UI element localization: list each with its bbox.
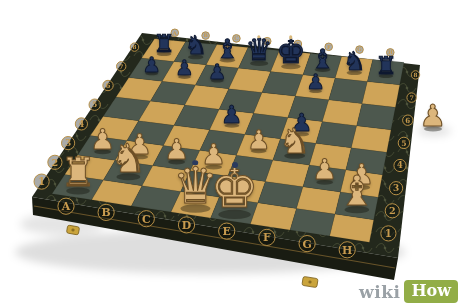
coord-label-top-E: E [294, 40, 302, 48]
coord-label-left-7: 7 [117, 62, 126, 71]
svg-text:5: 5 [401, 139, 406, 148]
svg-text:D: D [265, 38, 270, 44]
svg-text:1: 1 [385, 227, 392, 239]
coord-label-left-5: 5 [89, 99, 100, 110]
svg-text:6: 6 [106, 81, 111, 90]
square-f6 [288, 96, 329, 121]
svg-text:D: D [182, 219, 191, 232]
svg-text:8: 8 [133, 44, 137, 50]
svg-text:G: G [357, 46, 361, 52]
coord-label-top-H: H [387, 49, 395, 57]
svg-text:3: 3 [393, 183, 399, 193]
svg-text:6: 6 [405, 116, 410, 125]
svg-text:E: E [223, 225, 231, 238]
square-g8 [335, 56, 373, 81]
coord-label-right-4: 4 [394, 159, 406, 171]
svg-text:7: 7 [409, 94, 413, 101]
coord-label-left-4: 4 [75, 118, 87, 130]
square-h5 [351, 126, 391, 153]
svg-text:H: H [388, 49, 393, 55]
coord-label-bottom-E: E [219, 223, 235, 239]
svg-text:C: C [142, 213, 151, 226]
coord-label-left-2: 2 [48, 155, 62, 169]
coord-label-top-C: C [233, 35, 241, 43]
svg-text:5: 5 [92, 100, 97, 109]
coord-label-right-5: 5 [398, 137, 409, 148]
svg-text:F: F [327, 44, 331, 50]
svg-text:8: 8 [414, 72, 418, 78]
coord-label-right-7: 7 [407, 93, 416, 102]
svg-text:A: A [61, 200, 71, 213]
brass-clasp [302, 276, 318, 287]
svg-text:H: H [342, 244, 352, 257]
svg-text:C: C [234, 35, 238, 41]
chess-photo-scene: AABBCCDDEEFFGGHH1122334455667788 ♜♞♝♛♚♝♞… [0, 0, 460, 306]
coord-label-bottom-D: D [178, 217, 194, 233]
coord-label-left-1: 1 [34, 174, 49, 189]
coord-label-top-G: G [356, 46, 364, 54]
coord-label-left-3: 3 [62, 137, 75, 150]
coord-label-bottom-G: G [299, 236, 315, 252]
coord-label-top-D: D [263, 37, 271, 45]
square-g6 [322, 100, 362, 126]
svg-text:4: 4 [79, 119, 85, 129]
coord-label-right-6: 6 [403, 115, 413, 125]
square-f4 [273, 139, 316, 165]
coord-label-right-8: 8 [411, 71, 419, 79]
coord-label-bottom-H: H [339, 242, 355, 258]
svg-text:2: 2 [52, 157, 59, 168]
coord-label-top-F: F [325, 43, 333, 51]
watermark-how-badge: How [404, 280, 458, 303]
coord-label-top-A: A [171, 29, 179, 37]
square-g4 [309, 143, 351, 170]
coord-label-bottom-F: F [259, 229, 275, 245]
coord-label-left-6: 6 [103, 80, 113, 90]
svg-text:3: 3 [65, 138, 71, 148]
square-h4 [346, 148, 387, 175]
svg-text:B: B [203, 32, 208, 38]
svg-text:7: 7 [119, 63, 123, 70]
square-g5 [316, 122, 357, 148]
square-h7 [362, 82, 400, 108]
coord-label-right-3: 3 [390, 182, 403, 195]
coord-label-top-B: B [202, 32, 210, 40]
square-h6 [357, 104, 396, 130]
square-h8 [367, 59, 404, 84]
coord-label-right-2: 2 [385, 204, 399, 218]
square-f5 [280, 117, 322, 143]
svg-text:G: G [302, 238, 311, 251]
svg-text:B: B [101, 206, 110, 219]
wikihow-watermark: wiki How [359, 280, 458, 303]
square-g7 [329, 78, 368, 104]
chess-board: AABBCCDDEEFFGGHH1122334455667788 [0, 0, 460, 306]
coord-label-bottom-A: A [58, 198, 74, 214]
coord-label-right-1: 1 [381, 226, 396, 241]
brass-clasp [66, 225, 79, 235]
svg-text:F: F [263, 231, 271, 244]
watermark-wiki-text: wiki [359, 282, 400, 302]
svg-text:1: 1 [38, 175, 45, 187]
coord-label-left-8: 8 [130, 43, 138, 51]
svg-text:2: 2 [389, 205, 396, 216]
svg-text:E: E [296, 41, 300, 47]
coord-label-bottom-C: C [138, 211, 154, 227]
svg-text:4: 4 [397, 160, 403, 170]
coord-label-bottom-B: B [98, 204, 114, 220]
